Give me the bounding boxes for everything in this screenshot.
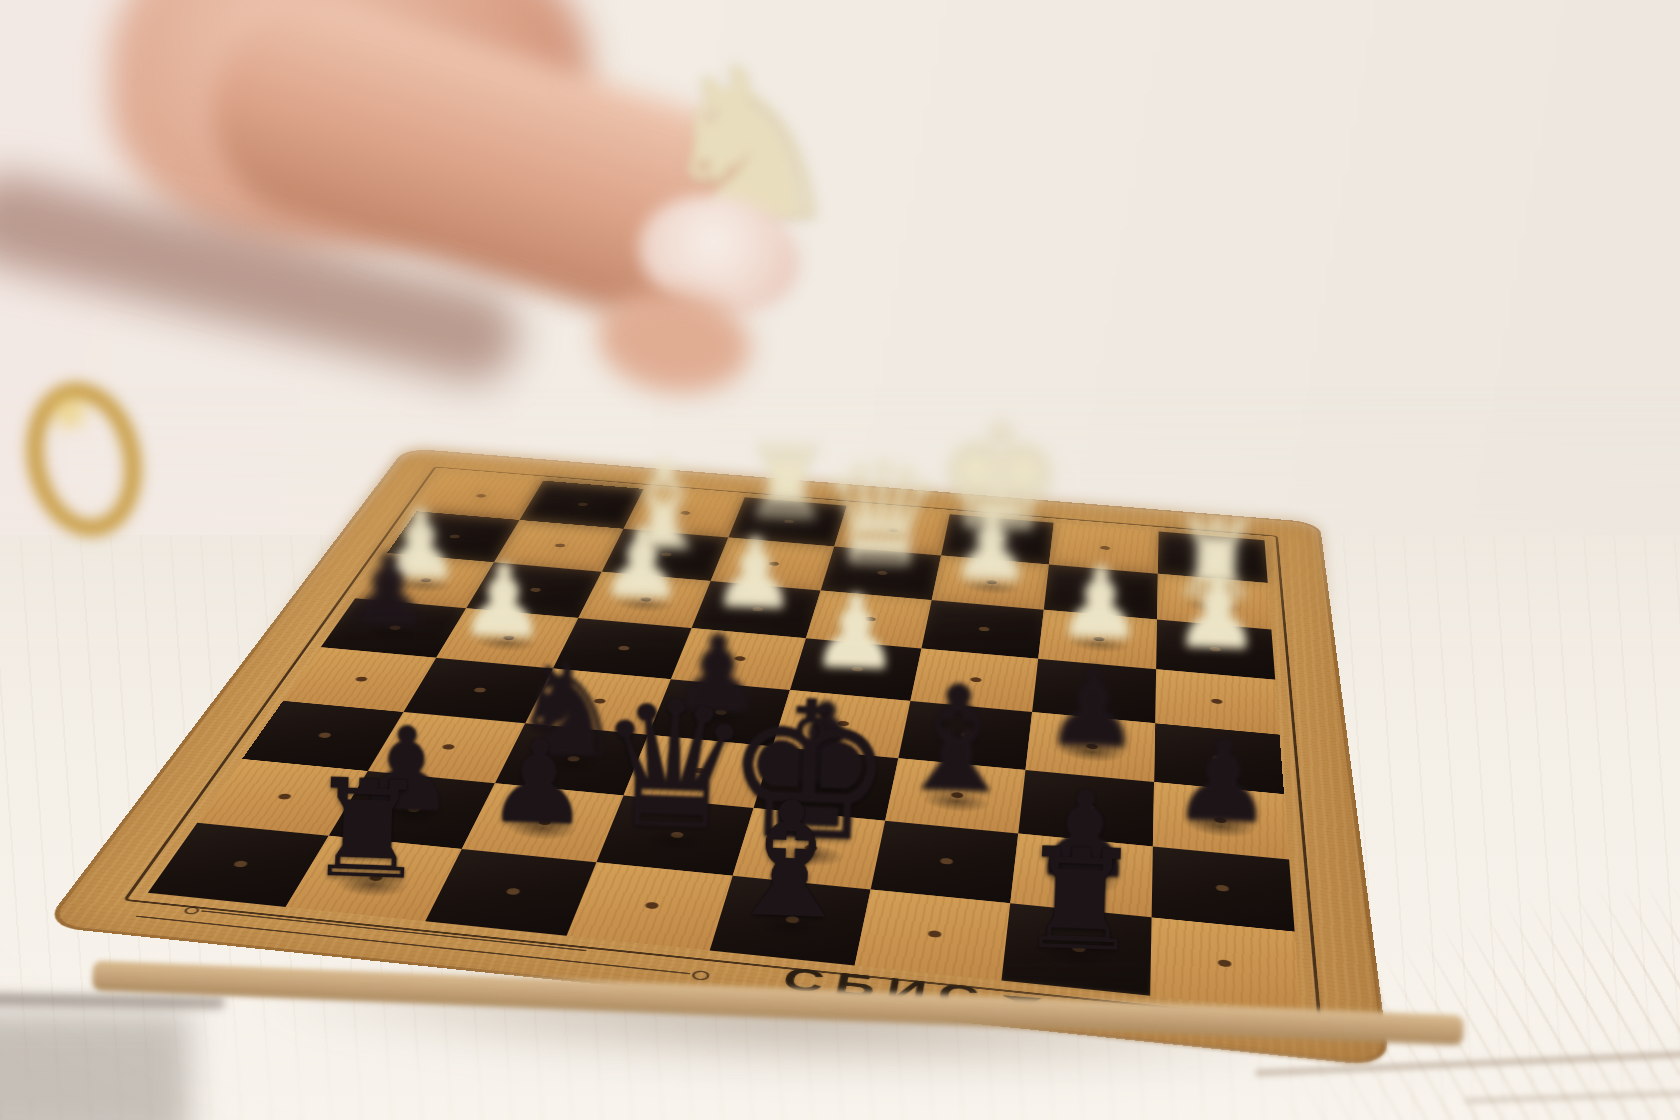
peg-hole — [353, 676, 369, 682]
peg-hole — [1214, 884, 1229, 892]
index-finger — [185, 0, 789, 348]
square-g8: ♜ — [286, 836, 462, 922]
piece-white-pawn: ♟ — [1171, 562, 1264, 665]
finger-crease-shadow — [0, 164, 528, 391]
piece-black-rook: ♜ — [304, 761, 430, 900]
piece-white-queen: ♛ — [815, 441, 947, 587]
peg-hole — [504, 887, 522, 895]
peg-hole — [1216, 959, 1232, 968]
held-piece: ♞ — [645, 32, 852, 260]
peg-hole — [231, 860, 250, 868]
piece-white-pawn: ♟ — [596, 514, 686, 614]
peg-hole — [643, 901, 660, 909]
square-b8: ♜ — [1001, 903, 1151, 995]
piece-black-pawn: ♟ — [1169, 723, 1275, 840]
peg-hole — [316, 732, 333, 739]
square-d8: ♝ — [710, 876, 871, 966]
peg-hole — [1210, 698, 1223, 704]
gold-ring-highlight — [39, 389, 101, 438]
square-c8 — [855, 889, 1011, 980]
piece-black-bishop: ♝ — [889, 665, 1024, 815]
piece-black-rook: ♜ — [1014, 829, 1144, 973]
piece-white-pawn: ♟ — [947, 499, 1035, 597]
piece-black-pawn: ♟ — [341, 540, 434, 643]
gold-ring — [13, 372, 155, 547]
peg-hole — [553, 543, 567, 548]
photo-scene: ♜♚♝♛♟♜♟♟♟♟♟♟♟♟♟♟♞♟♝♟♟♟♛♚♟♜♝♜ СБИС ➤ ♞ — [0, 0, 1680, 1120]
square-a8 — [1150, 917, 1301, 1011]
thumb-tip — [592, 282, 756, 402]
square-c3 — [921, 600, 1043, 659]
peg-hole — [938, 857, 954, 865]
index-fingertip-nail — [628, 180, 811, 329]
peg-hole — [474, 493, 487, 497]
square-e8 — [567, 862, 733, 950]
piece-white-pawn: ♟ — [1053, 552, 1145, 654]
piece-black-pawn: ♟ — [484, 723, 592, 842]
piece-black-bishop: ♝ — [715, 779, 863, 943]
peg-hole — [472, 687, 488, 693]
peg-hole — [977, 626, 990, 631]
peg-hole — [275, 793, 293, 800]
piece-black-pawn: ♟ — [1042, 653, 1143, 764]
hand-knuckles — [110, 0, 590, 245]
peg-hole — [576, 502, 589, 507]
piece-white-pawn: ♟ — [709, 523, 800, 624]
peg-hole — [926, 929, 943, 938]
